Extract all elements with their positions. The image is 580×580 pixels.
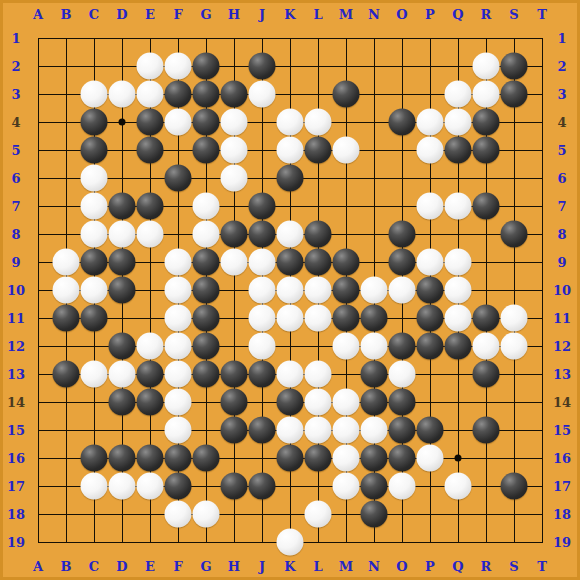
stone-black-K9 — [277, 249, 304, 276]
stone-white-K13 — [277, 361, 304, 388]
stone-black-L5 — [305, 137, 332, 164]
row-label-right-18: 18 — [553, 508, 571, 521]
grid-line-v-T — [542, 38, 543, 543]
col-label-top-Q: Q — [452, 8, 463, 21]
stone-black-L16 — [305, 445, 332, 472]
stone-white-H9 — [221, 249, 248, 276]
row-label-right-3: 3 — [557, 88, 566, 101]
stone-white-H4 — [221, 109, 248, 136]
stone-white-F10 — [165, 277, 192, 304]
col-label-top-C: C — [89, 8, 99, 21]
col-label-bottom-K: K — [284, 560, 295, 573]
stone-white-M16 — [333, 445, 360, 472]
stone-black-H14 — [221, 389, 248, 416]
col-label-bottom-J: J — [259, 560, 265, 573]
stone-white-E3 — [137, 81, 164, 108]
stone-white-F18 — [165, 501, 192, 528]
stone-black-H15 — [221, 417, 248, 444]
row-label-right-7: 7 — [557, 200, 566, 213]
stone-white-Q11 — [445, 305, 472, 332]
col-label-bottom-M: M — [339, 560, 353, 573]
row-label-left-4: 4 — [11, 116, 20, 129]
stone-white-M5 — [333, 137, 360, 164]
stone-black-N18 — [361, 501, 388, 528]
stone-white-F2 — [165, 53, 192, 80]
stone-white-K10 — [277, 277, 304, 304]
stone-black-G12 — [193, 333, 220, 360]
stone-white-K8 — [277, 221, 304, 248]
col-label-bottom-H: H — [228, 560, 240, 573]
row-label-right-19: 19 — [553, 536, 571, 549]
row-label-right-1: 1 — [557, 32, 566, 45]
stone-black-E13 — [137, 361, 164, 388]
stone-black-E7 — [137, 193, 164, 220]
row-label-left-3: 3 — [11, 88, 20, 101]
col-label-top-G: G — [200, 8, 211, 21]
row-label-left-5: 5 — [11, 144, 20, 157]
stone-black-N17 — [361, 473, 388, 500]
stone-white-J9 — [249, 249, 276, 276]
col-label-bottom-N: N — [368, 560, 380, 573]
stone-white-C7 — [81, 193, 108, 220]
stone-black-Q12 — [445, 333, 472, 360]
stone-white-O17 — [389, 473, 416, 500]
row-label-right-12: 12 — [553, 340, 571, 353]
stone-white-C13 — [81, 361, 108, 388]
stone-white-Q3 — [445, 81, 472, 108]
row-label-right-8: 8 — [557, 228, 566, 241]
stone-black-H3 — [221, 81, 248, 108]
col-label-top-H: H — [228, 8, 240, 21]
stone-white-K11 — [277, 305, 304, 332]
stone-black-C16 — [81, 445, 108, 472]
stone-black-R13 — [473, 361, 500, 388]
stone-white-E8 — [137, 221, 164, 248]
stone-white-P7 — [417, 193, 444, 220]
stone-black-Q5 — [445, 137, 472, 164]
stone-white-F14 — [165, 389, 192, 416]
stone-black-G3 — [193, 81, 220, 108]
row-label-left-8: 8 — [11, 228, 20, 241]
stone-white-D17 — [109, 473, 136, 500]
stone-black-R5 — [473, 137, 500, 164]
row-label-left-14: 14 — [7, 396, 25, 409]
row-label-right-9: 9 — [557, 256, 566, 269]
col-label-top-N: N — [368, 8, 380, 21]
col-label-bottom-O: O — [396, 560, 407, 573]
stone-black-P12 — [417, 333, 444, 360]
stone-black-M9 — [333, 249, 360, 276]
stone-black-F3 — [165, 81, 192, 108]
stone-black-C4 — [81, 109, 108, 136]
stone-black-D14 — [109, 389, 136, 416]
stone-white-B9 — [53, 249, 80, 276]
stone-black-K16 — [277, 445, 304, 472]
row-label-left-13: 13 — [7, 368, 25, 381]
col-label-top-E: E — [145, 8, 155, 21]
stone-white-L4 — [305, 109, 332, 136]
row-label-left-10: 10 — [7, 284, 25, 297]
row-label-right-16: 16 — [553, 452, 571, 465]
stone-white-K19 — [277, 529, 304, 556]
stone-white-F9 — [165, 249, 192, 276]
stone-white-N15 — [361, 417, 388, 444]
col-label-bottom-Q: Q — [452, 560, 463, 573]
col-label-top-S: S — [509, 8, 518, 21]
stone-white-B10 — [53, 277, 80, 304]
row-label-left-19: 19 — [7, 536, 25, 549]
stone-white-C10 — [81, 277, 108, 304]
stone-white-G8 — [193, 221, 220, 248]
stone-black-F6 — [165, 165, 192, 192]
col-label-bottom-C: C — [89, 560, 99, 573]
stone-black-N14 — [361, 389, 388, 416]
stone-black-M10 — [333, 277, 360, 304]
stone-white-K5 — [277, 137, 304, 164]
row-label-left-18: 18 — [7, 508, 25, 521]
stone-white-Q7 — [445, 193, 472, 220]
stone-white-F11 — [165, 305, 192, 332]
go-board: AABBCCDDEEFFGGHHJJKKLLMMNNOOPPQQRRSSTT11… — [0, 0, 580, 580]
stone-black-C9 — [81, 249, 108, 276]
stone-black-M11 — [333, 305, 360, 332]
stone-white-J12 — [249, 333, 276, 360]
stone-white-M15 — [333, 417, 360, 444]
stone-black-E4 — [137, 109, 164, 136]
row-label-right-13: 13 — [553, 368, 571, 381]
stone-black-N11 — [361, 305, 388, 332]
stone-black-D16 — [109, 445, 136, 472]
col-label-top-J: J — [259, 8, 265, 21]
col-label-bottom-T: T — [537, 560, 547, 573]
stone-white-L14 — [305, 389, 332, 416]
col-label-bottom-S: S — [509, 560, 518, 573]
stone-white-L15 — [305, 417, 332, 444]
stone-black-C11 — [81, 305, 108, 332]
stone-white-C17 — [81, 473, 108, 500]
row-label-left-1: 1 — [11, 32, 20, 45]
stone-white-K15 — [277, 417, 304, 444]
stone-white-H6 — [221, 165, 248, 192]
stone-white-K4 — [277, 109, 304, 136]
stone-black-O14 — [389, 389, 416, 416]
stone-white-S12 — [501, 333, 528, 360]
stone-black-J13 — [249, 361, 276, 388]
col-label-top-L: L — [313, 8, 322, 21]
stone-white-O13 — [389, 361, 416, 388]
stone-white-R12 — [473, 333, 500, 360]
col-label-bottom-B: B — [61, 560, 72, 573]
stone-white-E17 — [137, 473, 164, 500]
stone-black-F16 — [165, 445, 192, 472]
stone-white-P4 — [417, 109, 444, 136]
col-label-top-R: R — [481, 8, 492, 21]
stone-black-J15 — [249, 417, 276, 444]
stone-white-C3 — [81, 81, 108, 108]
stone-white-O10 — [389, 277, 416, 304]
stone-black-O15 — [389, 417, 416, 444]
stone-white-M12 — [333, 333, 360, 360]
stone-white-P9 — [417, 249, 444, 276]
stone-black-R4 — [473, 109, 500, 136]
stone-white-M17 — [333, 473, 360, 500]
stone-black-O12 — [389, 333, 416, 360]
col-label-top-P: P — [425, 8, 435, 21]
stone-white-E2 — [137, 53, 164, 80]
grid-line-h-18 — [38, 514, 543, 515]
col-label-bottom-L: L — [313, 560, 322, 573]
stone-white-J10 — [249, 277, 276, 304]
stone-white-R2 — [473, 53, 500, 80]
row-label-right-10: 10 — [553, 284, 571, 297]
stone-black-C5 — [81, 137, 108, 164]
row-label-left-17: 17 — [7, 480, 25, 493]
col-label-top-A: A — [33, 8, 43, 21]
stone-black-H8 — [221, 221, 248, 248]
col-label-top-M: M — [339, 8, 353, 21]
stone-white-M14 — [333, 389, 360, 416]
col-label-top-T: T — [537, 8, 547, 21]
stone-white-D8 — [109, 221, 136, 248]
col-label-bottom-F: F — [173, 560, 182, 573]
col-label-bottom-R: R — [481, 560, 492, 573]
row-label-left-11: 11 — [7, 312, 25, 325]
star-point-D4 — [119, 119, 126, 126]
stone-white-J11 — [249, 305, 276, 332]
stone-black-B13 — [53, 361, 80, 388]
row-label-right-17: 17 — [553, 480, 571, 493]
col-label-bottom-A: A — [33, 560, 43, 573]
stone-black-S17 — [501, 473, 528, 500]
stone-white-Q4 — [445, 109, 472, 136]
stone-black-P15 — [417, 417, 444, 444]
stone-black-S2 — [501, 53, 528, 80]
stone-white-H5 — [221, 137, 248, 164]
board-surface[interactable] — [0, 0, 580, 580]
stone-black-R11 — [473, 305, 500, 332]
row-label-left-16: 16 — [7, 452, 25, 465]
stone-black-D10 — [109, 277, 136, 304]
stone-black-M3 — [333, 81, 360, 108]
col-label-top-B: B — [61, 8, 72, 21]
stone-white-F4 — [165, 109, 192, 136]
stone-black-O8 — [389, 221, 416, 248]
stone-white-F13 — [165, 361, 192, 388]
stone-white-F12 — [165, 333, 192, 360]
stone-black-R15 — [473, 417, 500, 444]
row-label-left-2: 2 — [11, 60, 20, 73]
stone-white-P16 — [417, 445, 444, 472]
row-label-left-9: 9 — [11, 256, 20, 269]
stone-white-C6 — [81, 165, 108, 192]
stone-black-O4 — [389, 109, 416, 136]
stone-black-P11 — [417, 305, 444, 332]
stone-black-G10 — [193, 277, 220, 304]
stone-white-C8 — [81, 221, 108, 248]
row-label-right-4: 4 — [557, 116, 566, 129]
row-label-right-11: 11 — [553, 312, 571, 325]
stone-black-G16 — [193, 445, 220, 472]
stone-white-S11 — [501, 305, 528, 332]
stone-black-N13 — [361, 361, 388, 388]
stone-black-H13 — [221, 361, 248, 388]
stone-white-L13 — [305, 361, 332, 388]
stone-black-J7 — [249, 193, 276, 220]
row-label-left-12: 12 — [7, 340, 25, 353]
stone-white-D3 — [109, 81, 136, 108]
stone-black-G5 — [193, 137, 220, 164]
row-label-right-5: 5 — [557, 144, 566, 157]
row-label-right-14: 14 — [553, 396, 571, 409]
row-label-left-6: 6 — [11, 172, 20, 185]
stone-white-L18 — [305, 501, 332, 528]
stone-black-J17 — [249, 473, 276, 500]
stone-black-D12 — [109, 333, 136, 360]
stone-white-N10 — [361, 277, 388, 304]
stone-black-J8 — [249, 221, 276, 248]
stone-white-D13 — [109, 361, 136, 388]
stone-black-H17 — [221, 473, 248, 500]
stone-black-L8 — [305, 221, 332, 248]
stone-black-L9 — [305, 249, 332, 276]
stone-black-S3 — [501, 81, 528, 108]
col-label-bottom-P: P — [425, 560, 435, 573]
stone-black-G13 — [193, 361, 220, 388]
stone-black-F17 — [165, 473, 192, 500]
row-label-left-15: 15 — [7, 424, 25, 437]
row-label-right-6: 6 — [557, 172, 566, 185]
row-label-left-7: 7 — [11, 200, 20, 213]
col-label-top-F: F — [173, 8, 182, 21]
col-label-top-K: K — [284, 8, 295, 21]
stone-white-L10 — [305, 277, 332, 304]
stone-white-G7 — [193, 193, 220, 220]
stone-black-R7 — [473, 193, 500, 220]
stone-black-E16 — [137, 445, 164, 472]
col-label-bottom-E: E — [145, 560, 155, 573]
stone-black-J2 — [249, 53, 276, 80]
stone-white-E12 — [137, 333, 164, 360]
stone-black-P10 — [417, 277, 444, 304]
stone-white-P5 — [417, 137, 444, 164]
stone-black-D9 — [109, 249, 136, 276]
stone-black-S8 — [501, 221, 528, 248]
stone-black-G4 — [193, 109, 220, 136]
stone-black-G9 — [193, 249, 220, 276]
stone-black-B11 — [53, 305, 80, 332]
col-label-top-D: D — [116, 8, 127, 21]
stone-black-E14 — [137, 389, 164, 416]
stone-black-O9 — [389, 249, 416, 276]
stone-white-L11 — [305, 305, 332, 332]
grid-line-v-S — [514, 38, 515, 543]
stone-black-G2 — [193, 53, 220, 80]
col-label-bottom-D: D — [116, 560, 127, 573]
col-label-bottom-G: G — [200, 560, 211, 573]
star-point-Q16 — [455, 455, 462, 462]
stone-black-G11 — [193, 305, 220, 332]
row-label-right-15: 15 — [553, 424, 571, 437]
stone-white-G18 — [193, 501, 220, 528]
stone-black-D7 — [109, 193, 136, 220]
stone-white-Q9 — [445, 249, 472, 276]
stone-white-Q17 — [445, 473, 472, 500]
stone-white-J3 — [249, 81, 276, 108]
stone-black-O16 — [389, 445, 416, 472]
stone-white-N12 — [361, 333, 388, 360]
stone-black-K14 — [277, 389, 304, 416]
stone-black-E5 — [137, 137, 164, 164]
stone-white-Q10 — [445, 277, 472, 304]
stone-black-N16 — [361, 445, 388, 472]
row-label-right-2: 2 — [557, 60, 566, 73]
stone-white-R3 — [473, 81, 500, 108]
stone-black-K6 — [277, 165, 304, 192]
col-label-top-O: O — [396, 8, 407, 21]
stone-white-F15 — [165, 417, 192, 444]
